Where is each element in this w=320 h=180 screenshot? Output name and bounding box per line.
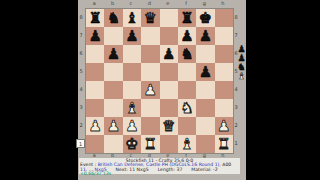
square-c8[interactable]: ♝	[123, 9, 141, 27]
square-b6[interactable]: ♟	[104, 45, 122, 63]
square-f2[interactable]	[178, 117, 196, 135]
chess-board[interactable]: ♜♞♝♛♜♚♟♟♟♟♟♟♞♟♟♝♞♟♟♟♛♟♚♜♝♜	[85, 8, 234, 154]
square-c6[interactable]	[123, 45, 141, 63]
rank-label-5: 5	[78, 62, 84, 80]
file-label-f: f	[177, 0, 195, 7]
square-f1[interactable]: ♝	[178, 135, 196, 153]
file-label-c: c	[122, 0, 140, 7]
square-d4[interactable]: ♟	[141, 81, 159, 99]
square-h4[interactable]	[215, 81, 233, 99]
game-info-panel: Stockfish 11 - Crafty 25.6 0-0 Event : B…	[79, 158, 240, 174]
white-queen: ♛	[162, 119, 175, 134]
square-f7[interactable]: ♟	[178, 27, 196, 45]
square-a3[interactable]	[86, 99, 104, 117]
white-rook: ♜	[217, 137, 230, 152]
file-label-g: g	[195, 0, 213, 7]
white-pawn: ♟	[125, 119, 138, 134]
square-f8[interactable]: ♜	[178, 9, 196, 27]
rank-label-4: 4	[78, 80, 84, 98]
eco-code: A00	[221, 162, 231, 167]
file-label-a: a	[85, 0, 103, 7]
black-rook: ♜	[180, 11, 193, 26]
file-label-b: b	[103, 0, 121, 7]
square-h7[interactable]	[215, 27, 233, 45]
black-queen: ♛	[144, 11, 157, 26]
black-pawn: ♟	[125, 29, 138, 44]
square-g5[interactable]: ♟	[196, 63, 214, 81]
rank-label-3: 3	[78, 98, 84, 116]
white-rook: ♜	[144, 137, 157, 152]
rank1-marker-box: 1	[76, 139, 85, 148]
square-e2[interactable]: ♛	[160, 117, 178, 135]
engine-eval: +0.66/37 13s	[79, 172, 241, 177]
black-king: ♚	[199, 11, 212, 26]
square-b7[interactable]	[104, 27, 122, 45]
square-d3[interactable]	[141, 99, 159, 117]
file-label-e: e	[159, 0, 177, 7]
square-f5[interactable]	[178, 63, 196, 81]
square-a4[interactable]	[86, 81, 104, 99]
white-pawn: ♟	[217, 119, 230, 134]
black-pawn: ♟	[199, 29, 212, 44]
square-b4[interactable]	[104, 81, 122, 99]
square-g3[interactable]	[196, 99, 214, 117]
square-c7[interactable]: ♟	[123, 27, 141, 45]
white-pawn: ♟	[144, 83, 157, 98]
square-b8[interactable]: ♞	[104, 9, 122, 27]
square-c5[interactable]	[123, 63, 141, 81]
square-d7[interactable]	[141, 27, 159, 45]
square-h3[interactable]	[215, 99, 233, 117]
square-g8[interactable]: ♚	[196, 9, 214, 27]
square-b1[interactable]	[104, 135, 122, 153]
square-a5[interactable]	[86, 63, 104, 81]
square-e8[interactable]	[160, 9, 178, 27]
rank-label-7: 7	[78, 26, 84, 44]
square-g7[interactable]: ♟	[196, 27, 214, 45]
white-pawn: ♟	[88, 119, 101, 134]
square-g1[interactable]	[196, 135, 214, 153]
square-a8[interactable]: ♜	[86, 9, 104, 27]
square-c4[interactable]	[123, 81, 141, 99]
square-f6[interactable]: ♞	[178, 45, 196, 63]
white-pawn: ♟	[107, 119, 120, 134]
square-a1[interactable]	[86, 135, 104, 153]
video-frame: abcdefgh abcdefgh 87654321 87654321 1 ♜♞…	[0, 0, 320, 180]
rank-labels-left: 87654321	[78, 8, 84, 152]
black-rook: ♜	[88, 11, 101, 26]
captured-pieces-tray: ♟♟♞♝	[236, 45, 247, 81]
square-h5[interactable]	[215, 63, 233, 81]
square-h8[interactable]	[215, 9, 233, 27]
square-e6[interactable]: ♟	[160, 45, 178, 63]
square-f4[interactable]	[178, 81, 196, 99]
square-c2[interactable]: ♟	[123, 117, 141, 135]
square-e5[interactable]	[160, 63, 178, 81]
square-g2[interactable]	[196, 117, 214, 135]
square-d1[interactable]: ♜	[141, 135, 159, 153]
square-h1[interactable]: ♜	[215, 135, 233, 153]
file-label-d: d	[140, 0, 158, 7]
black-bishop: ♝	[125, 11, 138, 26]
square-e1[interactable]	[160, 135, 178, 153]
square-d8[interactable]: ♛	[141, 9, 159, 27]
square-e3[interactable]	[160, 99, 178, 117]
square-d6[interactable]	[141, 45, 159, 63]
square-f3[interactable]: ♞	[178, 99, 196, 117]
square-a6[interactable]	[86, 45, 104, 63]
rank-label-8: 8	[78, 8, 84, 26]
black-knight: ♞	[107, 11, 120, 26]
square-b5[interactable]	[104, 63, 122, 81]
file-label-h: h	[214, 0, 232, 7]
square-h6[interactable]	[215, 45, 233, 63]
rank-label-2: 2	[78, 116, 84, 134]
white-bishop: ♝	[125, 101, 138, 116]
file-labels-top: abcdefgh	[85, 0, 232, 7]
white-bishop: ♝	[180, 137, 193, 152]
square-g4[interactable]	[196, 81, 214, 99]
black-pawn: ♟	[180, 29, 193, 44]
square-g6[interactable]	[196, 45, 214, 63]
black-pawn: ♟	[88, 29, 101, 44]
square-e7[interactable]	[160, 27, 178, 45]
rank-label-6: 6	[78, 44, 84, 62]
square-c3[interactable]: ♝	[123, 99, 141, 117]
white-king: ♚	[125, 137, 138, 152]
square-b3[interactable]	[104, 99, 122, 117]
square-e4[interactable]	[160, 81, 178, 99]
black-pawn: ♟	[107, 47, 120, 62]
square-a7[interactable]: ♟	[86, 27, 104, 45]
square-a2[interactable]: ♟	[86, 117, 104, 135]
captured-white-bishop: ♝	[237, 72, 245, 81]
square-b2[interactable]: ♟	[104, 117, 122, 135]
square-c1[interactable]: ♚	[123, 135, 141, 153]
white-knight: ♞	[180, 101, 193, 116]
square-h2[interactable]: ♟	[215, 117, 233, 135]
square-d2[interactable]	[141, 117, 159, 135]
black-pawn: ♟	[199, 65, 212, 80]
square-d5[interactable]	[141, 63, 159, 81]
black-pawn: ♟	[162, 47, 175, 62]
black-knight: ♞	[180, 47, 193, 62]
